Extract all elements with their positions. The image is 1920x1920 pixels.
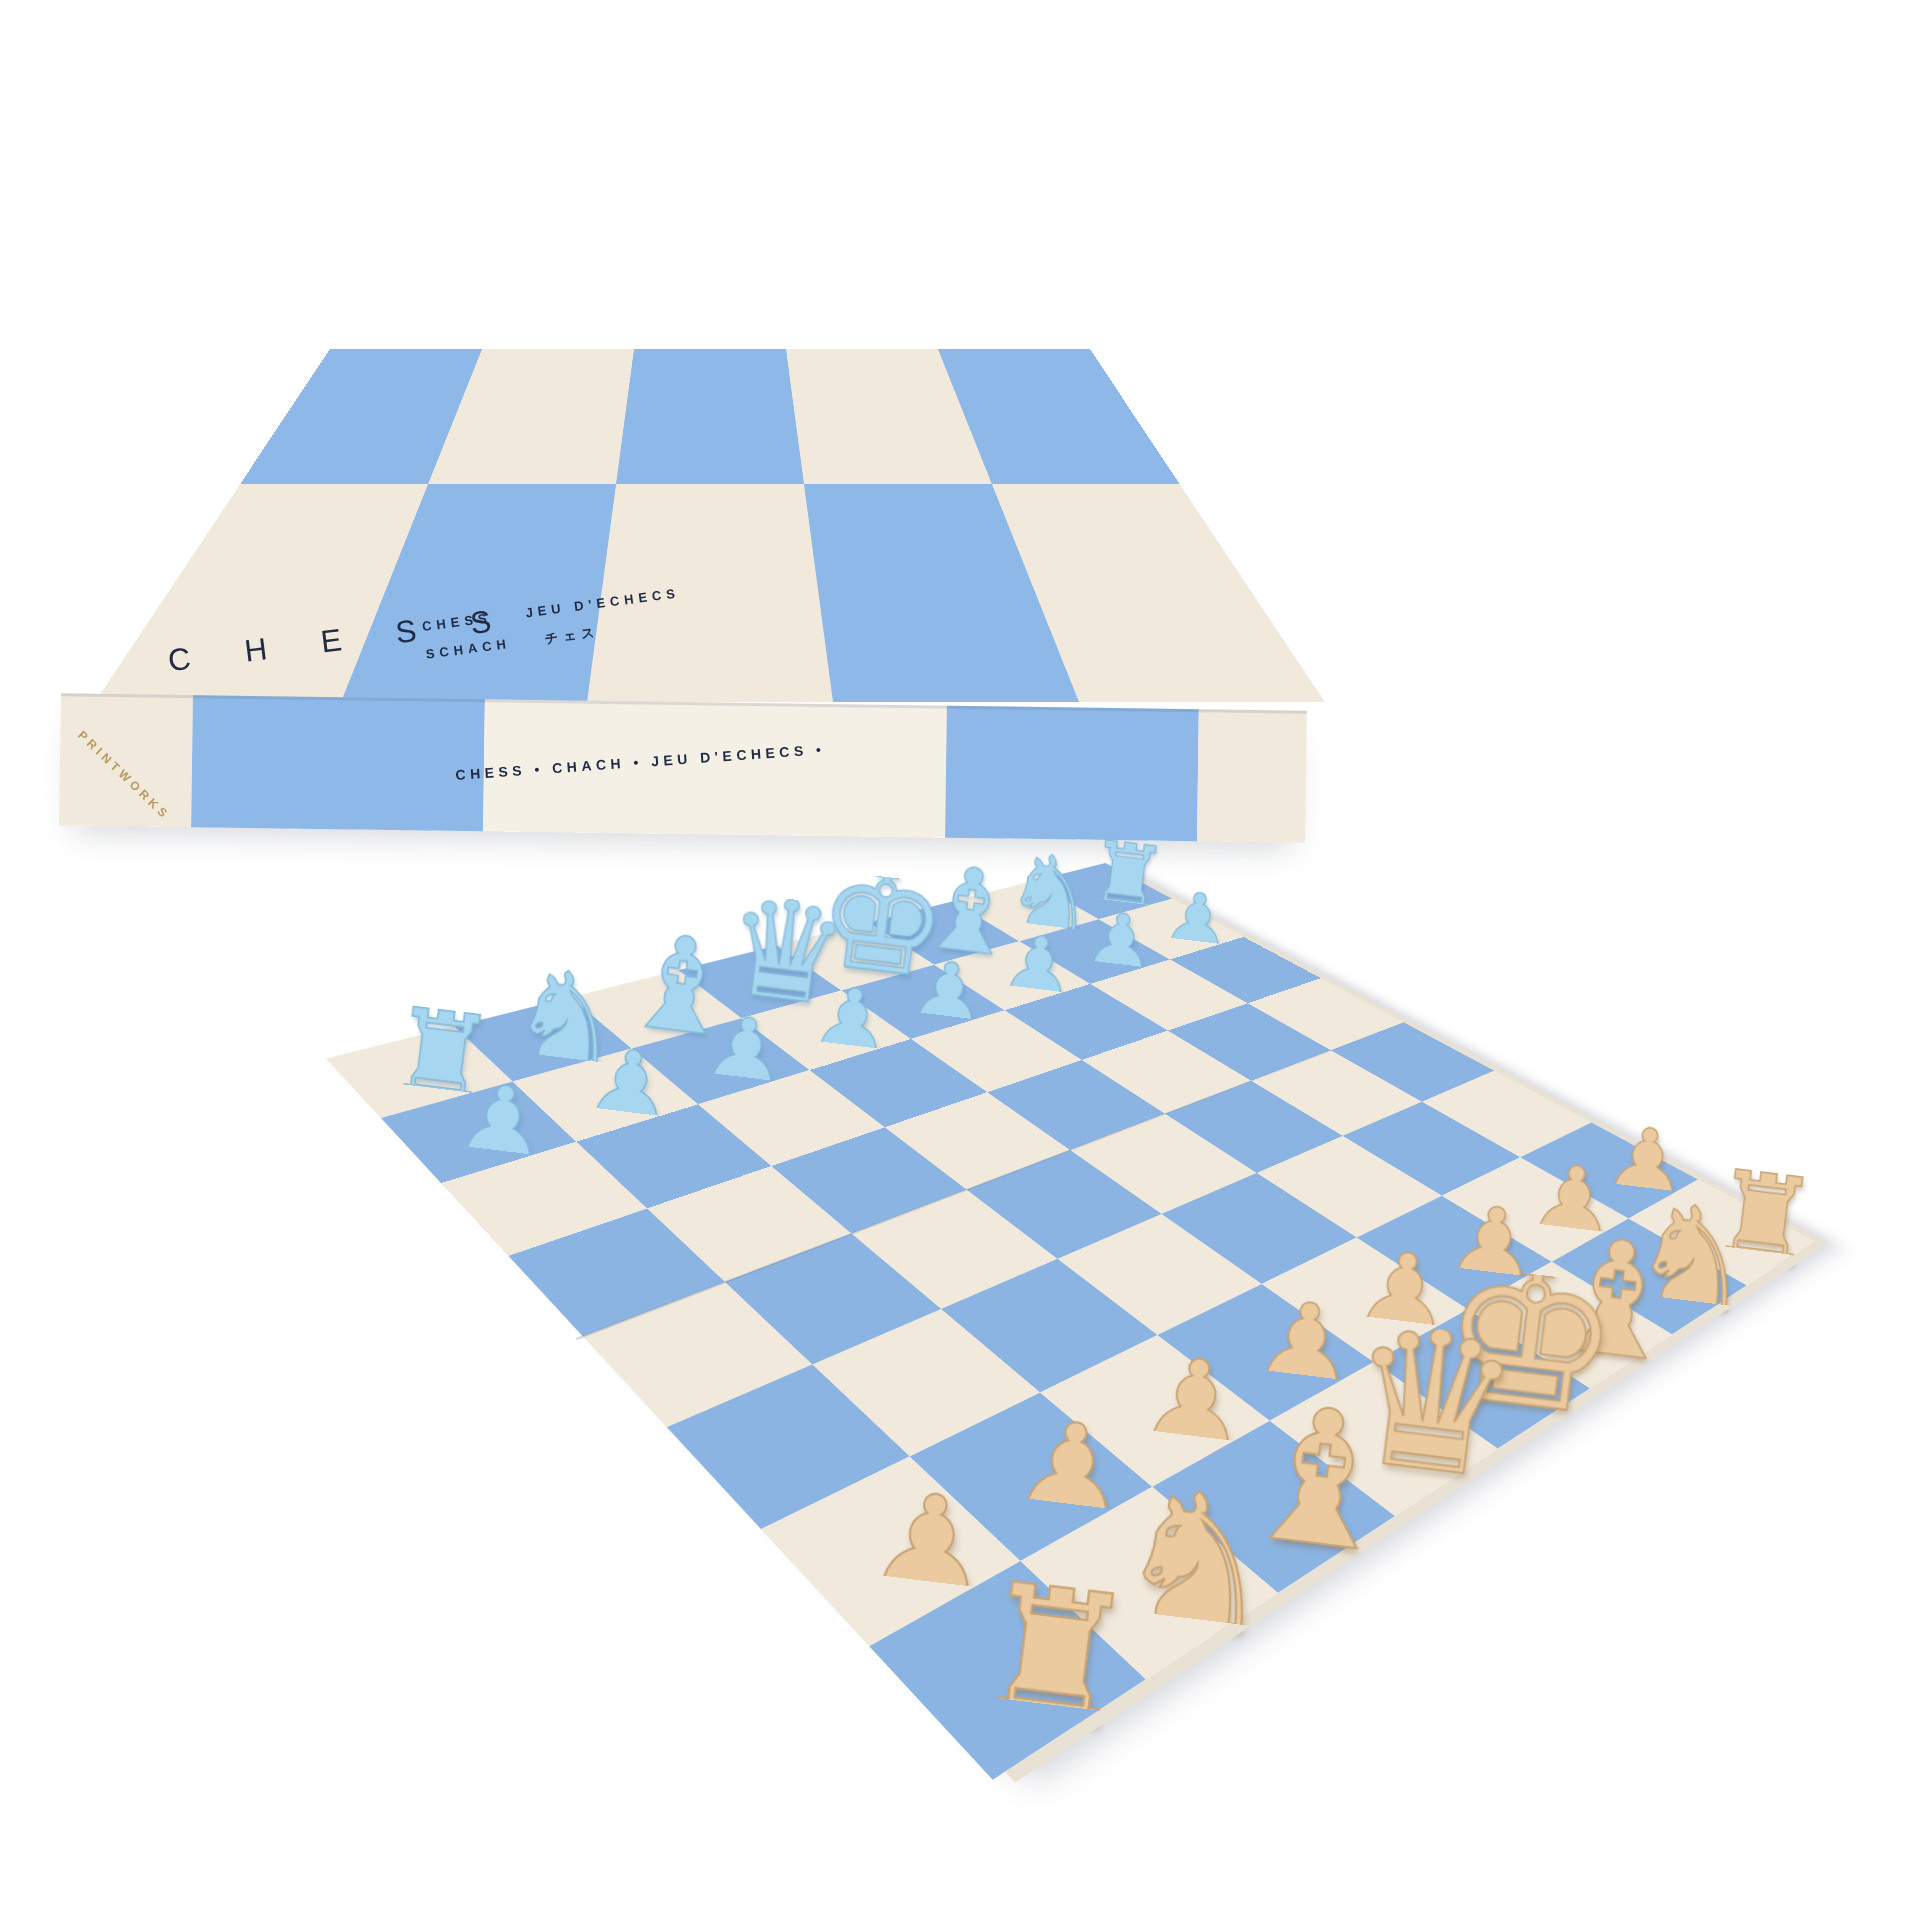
piece-glyph: ♜ xyxy=(964,1561,1144,1750)
box-front-band xyxy=(59,693,193,827)
chess-board: ♜♞♝♛♚♝♞♜♟♟♟♟♟♟♟♟♟♟♟♟♟♟♟♟♜♞♝♛♚♝♞♜ xyxy=(326,863,1814,1780)
board-perspective: ♜♞♝♛♚♝♞♜♟♟♟♟♟♟♟♟♟♟♟♟♟♟♟♟♜♞♝♛♚♝♞♜ xyxy=(479,559,1660,1740)
box-lid-square xyxy=(616,349,804,484)
board-tilt: ♜♞♝♛♚♝♞♜♟♟♟♟♟♟♟♟♟♟♟♟♟♟♟♟♜♞♝♛♚♝♞♜ xyxy=(189,504,1920,1796)
board-zone: ♜♞♝♛♚♝♞♜♟♟♟♟♟♟♟♟♟♟♟♟♟♟♟♟♜♞♝♛♚♝♞♜ xyxy=(250,600,1890,1700)
wood-rook[interactable]: ♜ xyxy=(944,1528,1168,1752)
